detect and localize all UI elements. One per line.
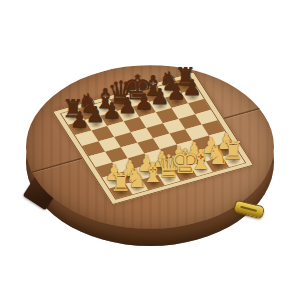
piece-white-rook-h1[interactable]: ♜: [222, 138, 244, 163]
clasp-slot: [240, 206, 257, 212]
square-h1[interactable]: ♜: [222, 152, 245, 167]
piece-black-pawn-h7[interactable]: ♟: [182, 77, 202, 99]
chess-set-photo: ♜♞♝♛♚♝♞♜♟♟♟♟♟♟♟♟♟♟♟♟♟♟♟♟♜♞♝♛♚♝♞♜: [0, 0, 300, 300]
